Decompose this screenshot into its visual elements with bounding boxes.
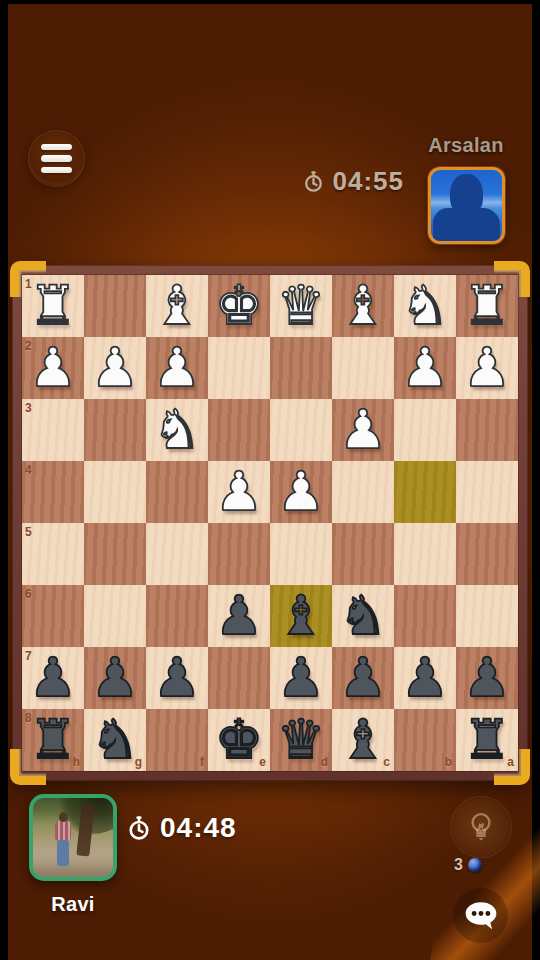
square-a7[interactable]: ♟ [456,647,518,709]
opponent-name: Arsalan [420,134,512,157]
file-label: c [383,755,390,769]
square-e4[interactable]: ♟ [208,461,270,523]
player-time: 04:48 [160,812,237,844]
square-b6[interactable] [394,585,456,647]
square-b2[interactable]: ♟ [394,337,456,399]
square-a6[interactable] [456,585,518,647]
black-pawn: ♟ [270,647,332,709]
white-pawn: ♟ [456,337,518,399]
square-b1[interactable]: ♞ [394,275,456,337]
square-d6[interactable]: ♝ [270,585,332,647]
square-e2[interactable] [208,337,270,399]
square-c2[interactable] [332,337,394,399]
square-d3[interactable] [270,399,332,461]
white-pawn: ♟ [84,337,146,399]
hint-button[interactable] [450,796,512,858]
rank-label: 7 [25,649,32,663]
square-g7[interactable]: ♟ [84,647,146,709]
square-c4[interactable] [332,461,394,523]
black-pawn: ♟ [456,647,518,709]
square-c3[interactable]: ♟ [332,399,394,461]
square-d7[interactable]: ♟ [270,647,332,709]
chess-board: 1♜♝♚♛♝♞♜2♟♟♟♟♟3♞♟4♟♟56♟♝♞7♟♟♟♟♟♟♟8h♜g♞fe… [22,275,518,771]
white-pawn: ♟ [394,337,456,399]
board-frame: 1♜♝♚♛♝♞♜2♟♟♟♟♟3♞♟4♟♟56♟♝♞7♟♟♟♟♟♟♟8h♜g♞fe… [12,265,528,781]
menu-button[interactable] [28,130,85,187]
square-d1[interactable]: ♛ [270,275,332,337]
square-f1[interactable]: ♝ [146,275,208,337]
square-c1[interactable]: ♝ [332,275,394,337]
hint-count: 3 [446,856,490,874]
square-d5[interactable] [270,523,332,585]
square-c7[interactable]: ♟ [332,647,394,709]
white-pawn: ♟ [270,461,332,523]
square-b5[interactable] [394,523,456,585]
black-knight: ♞ [332,585,394,647]
white-pawn: ♟ [146,337,208,399]
square-g2[interactable]: ♟ [84,337,146,399]
black-bishop: ♝ [270,585,332,647]
square-d8[interactable]: d♛ [270,709,332,771]
square-b3[interactable] [394,399,456,461]
square-b8[interactable]: b [394,709,456,771]
square-e6[interactable]: ♟ [208,585,270,647]
player-avatar[interactable] [29,794,117,881]
square-e8[interactable]: e♚ [208,709,270,771]
file-label: g [135,755,142,769]
file-label: b [445,755,452,769]
opponent-time: 04:55 [333,166,405,197]
black-pawn: ♟ [332,647,394,709]
black-pawn: ♟ [208,585,270,647]
square-c6[interactable]: ♞ [332,585,394,647]
black-pawn: ♟ [394,647,456,709]
square-f4[interactable] [146,461,208,523]
player-clock: 04:48 [126,812,237,844]
square-a4[interactable] [456,461,518,523]
square-g4[interactable] [84,461,146,523]
square-a5[interactable] [456,523,518,585]
square-f5[interactable] [146,523,208,585]
square-a1[interactable]: ♜ [456,275,518,337]
white-pawn: ♟ [208,461,270,523]
white-bishop: ♝ [146,275,208,337]
square-a3[interactable] [456,399,518,461]
white-knight: ♞ [146,399,208,461]
stopwatch-icon [302,170,325,193]
square-e7[interactable] [208,647,270,709]
opponent-avatar[interactable] [428,167,505,244]
square-f2[interactable]: ♟ [146,337,208,399]
file-label: d [321,755,328,769]
rank-label: 2 [25,339,32,353]
square-h5[interactable]: 5 [22,523,84,585]
white-knight: ♞ [394,275,456,337]
square-f8[interactable]: f [146,709,208,771]
square-h1[interactable]: 1♜ [22,275,84,337]
black-pawn: ♟ [84,647,146,709]
rank-label: 1 [25,277,32,291]
white-pawn: ♟ [332,399,394,461]
square-h6[interactable]: 6 [22,585,84,647]
square-e3[interactable] [208,399,270,461]
square-f3[interactable]: ♞ [146,399,208,461]
square-b4[interactable] [394,461,456,523]
square-g8[interactable]: g♞ [84,709,146,771]
white-rook: ♜ [456,275,518,337]
app-screen: Arsalan 04:55 1♜♝♚♛♝♞♜2♟♟♟♟♟3♞♟4♟♟56♟♝♞7… [0,0,540,960]
globe-token-icon [468,858,482,872]
stopwatch-icon [126,815,152,841]
file-label: e [259,755,266,769]
square-h2[interactable]: 2♟ [22,337,84,399]
rank-label: 6 [25,587,32,601]
square-c8[interactable]: c♝ [332,709,394,771]
black-pawn: ♟ [146,647,208,709]
white-bishop: ♝ [332,275,394,337]
square-d4[interactable]: ♟ [270,461,332,523]
white-king: ♚ [208,275,270,337]
opponent-clock: 04:55 [302,166,405,197]
rank-label: 8 [25,711,32,725]
square-a2[interactable]: ♟ [456,337,518,399]
lightbulb-icon [463,809,499,845]
rank-label: 5 [25,525,32,539]
square-g1[interactable] [84,275,146,337]
rank-label: 3 [25,401,32,415]
square-a8[interactable]: a♜ [456,709,518,771]
file-label: f [200,755,204,769]
square-h8[interactable]: 8h♜ [22,709,84,771]
square-e5[interactable] [208,523,270,585]
square-h3[interactable]: 3 [22,399,84,461]
hamburger-icon [41,144,72,151]
square-b7[interactable]: ♟ [394,647,456,709]
square-e1[interactable]: ♚ [208,275,270,337]
file-label: h [73,755,80,769]
square-h4[interactable]: 4 [22,461,84,523]
square-f6[interactable] [146,585,208,647]
file-label: a [507,755,514,769]
square-d2[interactable] [270,337,332,399]
chat-bubble-icon [463,900,499,932]
square-c5[interactable] [332,523,394,585]
square-g5[interactable] [84,523,146,585]
square-g3[interactable] [84,399,146,461]
square-g6[interactable] [84,585,146,647]
square-h7[interactable]: 7♟ [22,647,84,709]
player-name: Ravi [22,893,124,916]
square-f7[interactable]: ♟ [146,647,208,709]
white-queen: ♛ [270,275,332,337]
rank-label: 4 [25,463,32,477]
chat-button[interactable] [453,888,508,943]
hint-count-number: 3 [454,856,463,874]
